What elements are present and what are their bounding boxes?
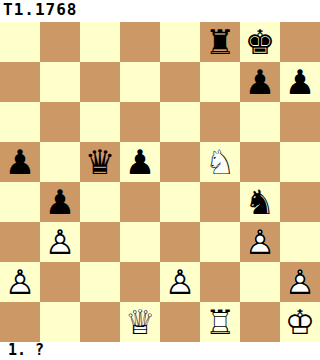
square-c7[interactable] xyxy=(80,62,120,102)
black-queen: ♛ xyxy=(80,142,120,182)
white-king-fill: ♚ xyxy=(280,302,320,342)
white-pawn: ♙ xyxy=(240,222,280,262)
square-g4[interactable]: ♞ xyxy=(240,182,280,222)
square-d4[interactable] xyxy=(120,182,160,222)
square-h6[interactable] xyxy=(280,102,320,142)
black-pawn: ♟ xyxy=(240,62,280,102)
white-pawn-fill: ♟ xyxy=(240,222,280,262)
square-c1[interactable] xyxy=(80,302,120,342)
square-f6[interactable] xyxy=(200,102,240,142)
square-f2[interactable] xyxy=(200,262,240,302)
white-pawn: ♙ xyxy=(40,222,80,262)
square-f4[interactable] xyxy=(200,182,240,222)
square-g1[interactable] xyxy=(240,302,280,342)
square-e7[interactable] xyxy=(160,62,200,102)
square-d6[interactable] xyxy=(120,102,160,142)
white-pawn: ♙ xyxy=(280,262,320,302)
square-f7[interactable] xyxy=(200,62,240,102)
chess-board: ♜♚♟♟♟♛♟♞♘♟♞♟♙♟♙♟♙♟♙♟♙♛♕♜♖♚♔ xyxy=(0,22,320,342)
square-b5[interactable] xyxy=(40,142,80,182)
square-g6[interactable] xyxy=(240,102,280,142)
square-c5[interactable]: ♛ xyxy=(80,142,120,182)
square-a3[interactable] xyxy=(0,222,40,262)
square-c8[interactable] xyxy=(80,22,120,62)
square-e4[interactable] xyxy=(160,182,200,222)
square-c6[interactable] xyxy=(80,102,120,142)
white-pawn-fill: ♟ xyxy=(280,262,320,302)
square-h8[interactable] xyxy=(280,22,320,62)
chess-diagram-window: T1.1768 ♜♚♟♟♟♛♟♞♘♟♞♟♙♟♙♟♙♟♙♟♙♛♕♜♖♚♔ 1. ? xyxy=(0,0,320,360)
square-g5[interactable] xyxy=(240,142,280,182)
square-c3[interactable] xyxy=(80,222,120,262)
square-c2[interactable] xyxy=(80,262,120,302)
black-pawn: ♟ xyxy=(120,142,160,182)
white-pawn: ♙ xyxy=(160,262,200,302)
square-b2[interactable] xyxy=(40,262,80,302)
white-pawn-fill: ♟ xyxy=(0,262,40,302)
square-a7[interactable] xyxy=(0,62,40,102)
white-queen-fill: ♛ xyxy=(120,302,160,342)
square-b4[interactable]: ♟ xyxy=(40,182,80,222)
square-f1[interactable]: ♜♖ xyxy=(200,302,240,342)
square-a4[interactable] xyxy=(0,182,40,222)
square-f8[interactable]: ♜ xyxy=(200,22,240,62)
square-a8[interactable] xyxy=(0,22,40,62)
square-g3[interactable]: ♟♙ xyxy=(240,222,280,262)
square-f3[interactable] xyxy=(200,222,240,262)
white-rook: ♖ xyxy=(200,302,240,342)
white-queen: ♕ xyxy=(120,302,160,342)
square-b3[interactable]: ♟♙ xyxy=(40,222,80,262)
square-e1[interactable] xyxy=(160,302,200,342)
square-h4[interactable] xyxy=(280,182,320,222)
square-e8[interactable] xyxy=(160,22,200,62)
square-g7[interactable]: ♟ xyxy=(240,62,280,102)
square-a2[interactable]: ♟♙ xyxy=(0,262,40,302)
square-b1[interactable] xyxy=(40,302,80,342)
square-b7[interactable] xyxy=(40,62,80,102)
black-pawn: ♟ xyxy=(280,62,320,102)
white-knight-fill: ♞ xyxy=(200,142,240,182)
square-d8[interactable] xyxy=(120,22,160,62)
square-c4[interactable] xyxy=(80,182,120,222)
white-knight: ♘ xyxy=(200,142,240,182)
move-prompt: 1. ? xyxy=(0,342,320,360)
white-pawn-fill: ♟ xyxy=(40,222,80,262)
square-e2[interactable]: ♟♙ xyxy=(160,262,200,302)
black-king: ♚ xyxy=(240,22,280,62)
puzzle-title: T1.1768 xyxy=(0,0,320,22)
black-pawn: ♟ xyxy=(0,142,40,182)
square-e3[interactable] xyxy=(160,222,200,262)
square-b6[interactable] xyxy=(40,102,80,142)
square-a5[interactable]: ♟ xyxy=(0,142,40,182)
square-d1[interactable]: ♛♕ xyxy=(120,302,160,342)
white-pawn-fill: ♟ xyxy=(160,262,200,302)
square-e6[interactable] xyxy=(160,102,200,142)
square-f5[interactable]: ♞♘ xyxy=(200,142,240,182)
square-g8[interactable]: ♚ xyxy=(240,22,280,62)
square-d2[interactable] xyxy=(120,262,160,302)
black-knight: ♞ xyxy=(240,182,280,222)
white-king: ♔ xyxy=(280,302,320,342)
white-pawn: ♙ xyxy=(0,262,40,302)
white-rook-fill: ♜ xyxy=(200,302,240,342)
square-d3[interactable] xyxy=(120,222,160,262)
square-h1[interactable]: ♚♔ xyxy=(280,302,320,342)
square-h2[interactable]: ♟♙ xyxy=(280,262,320,302)
square-a1[interactable] xyxy=(0,302,40,342)
square-g2[interactable] xyxy=(240,262,280,302)
black-rook: ♜ xyxy=(200,22,240,62)
square-h3[interactable] xyxy=(280,222,320,262)
square-b8[interactable] xyxy=(40,22,80,62)
square-h5[interactable] xyxy=(280,142,320,182)
square-d5[interactable]: ♟ xyxy=(120,142,160,182)
square-a6[interactable] xyxy=(0,102,40,142)
square-h7[interactable]: ♟ xyxy=(280,62,320,102)
square-e5[interactable] xyxy=(160,142,200,182)
black-pawn: ♟ xyxy=(40,182,80,222)
square-d7[interactable] xyxy=(120,62,160,102)
